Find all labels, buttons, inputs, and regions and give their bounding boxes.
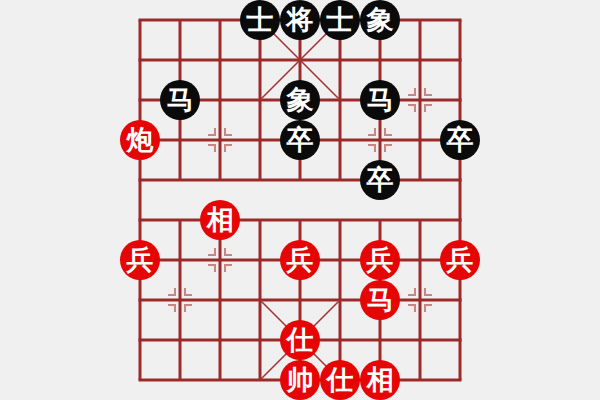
board-point xyxy=(400,280,440,320)
board-point: 兵 xyxy=(440,240,480,280)
board-point: 卒 xyxy=(360,160,400,200)
board-point: 帅 xyxy=(280,360,320,400)
point-marker xyxy=(400,280,440,320)
board-point: 相 xyxy=(360,360,400,400)
red-cannon[interactable]: 炮 xyxy=(120,120,160,160)
red-general[interactable]: 帅 xyxy=(280,360,320,400)
red-advisor[interactable]: 仕 xyxy=(280,320,320,360)
board-point: 炮 xyxy=(120,120,160,160)
board-point xyxy=(400,80,440,120)
black-horse[interactable]: 马 xyxy=(160,80,200,120)
red-soldier[interactable]: 兵 xyxy=(440,240,480,280)
point-marker xyxy=(200,120,240,160)
black-soldier[interactable]: 卒 xyxy=(280,120,320,160)
board-point xyxy=(200,240,240,280)
board-point: 马 xyxy=(160,80,200,120)
board-point: 兵 xyxy=(280,240,320,280)
red-soldier[interactable]: 兵 xyxy=(280,240,320,280)
board-point xyxy=(360,120,400,160)
black-soldier[interactable]: 卒 xyxy=(360,160,400,200)
board-point: 马 xyxy=(360,280,400,320)
xiangqi-board: 士将士象马象马炮卒卒卒相兵兵兵兵马仕帅仕相 xyxy=(0,0,600,400)
red-horse[interactable]: 马 xyxy=(360,280,400,320)
red-elephant[interactable]: 相 xyxy=(360,360,400,400)
point-marker xyxy=(360,120,400,160)
board-point: 仕 xyxy=(280,320,320,360)
red-soldier[interactable]: 兵 xyxy=(360,240,400,280)
board-point: 卒 xyxy=(280,120,320,160)
black-horse[interactable]: 马 xyxy=(360,80,400,120)
point-marker xyxy=(160,280,200,320)
red-elephant[interactable]: 相 xyxy=(200,200,240,240)
point-marker xyxy=(200,240,240,280)
black-elephant[interactable]: 象 xyxy=(280,80,320,120)
board-point xyxy=(160,280,200,320)
board-point: 仕 xyxy=(320,360,360,400)
black-advisor[interactable]: 士 xyxy=(320,0,360,40)
board-point: 兵 xyxy=(120,240,160,280)
board-point xyxy=(200,120,240,160)
black-soldier[interactable]: 卒 xyxy=(440,120,480,160)
board-point: 马 xyxy=(360,80,400,120)
board-point: 士 xyxy=(320,0,360,40)
board-point: 将 xyxy=(280,0,320,40)
black-general[interactable]: 将 xyxy=(280,0,320,40)
black-advisor[interactable]: 士 xyxy=(240,0,280,40)
board-point: 相 xyxy=(200,200,240,240)
red-advisor[interactable]: 仕 xyxy=(320,360,360,400)
board-point: 兵 xyxy=(360,240,400,280)
red-soldier[interactable]: 兵 xyxy=(120,240,160,280)
board-point: 卒 xyxy=(440,120,480,160)
board-point: 象 xyxy=(360,0,400,40)
black-elephant[interactable]: 象 xyxy=(360,0,400,40)
board-intersection-grid: 士将士象马象马炮卒卒卒相兵兵兵兵马仕帅仕相 xyxy=(120,0,480,400)
board-point: 士 xyxy=(240,0,280,40)
board-point: 象 xyxy=(280,80,320,120)
point-marker xyxy=(400,80,440,120)
